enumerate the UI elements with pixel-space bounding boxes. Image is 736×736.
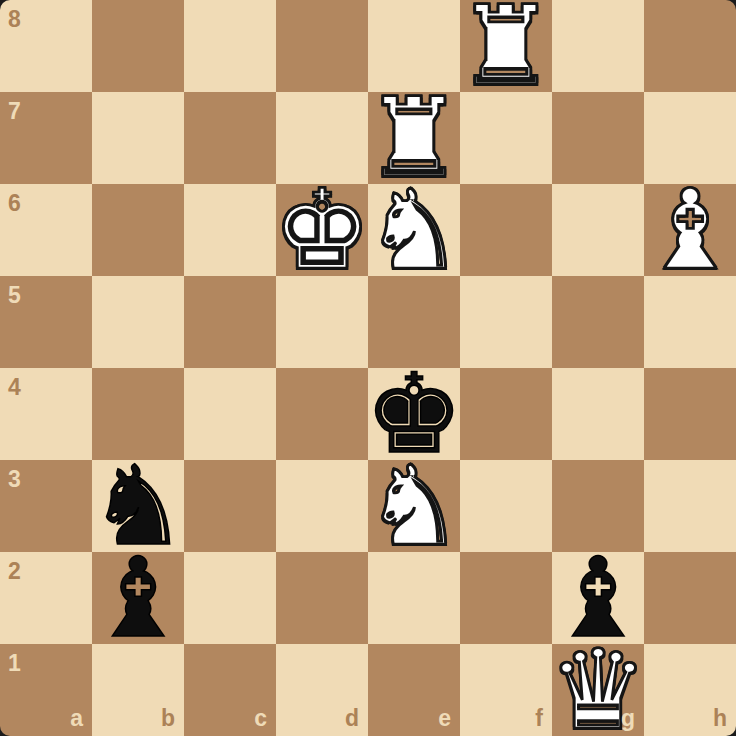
square-a5[interactable]: 5 [0, 276, 92, 368]
square-b1[interactable]: b [92, 644, 184, 736]
square-b7[interactable] [92, 92, 184, 184]
square-h2[interactable] [644, 552, 736, 644]
square-f1[interactable]: f [460, 644, 552, 736]
rank-label-3: 3 [8, 466, 21, 493]
piece-white-queen[interactable]: ♛ [549, 644, 648, 736]
square-d2[interactable] [276, 552, 368, 644]
square-g8[interactable] [552, 0, 644, 92]
square-a3[interactable]: 3 [0, 460, 92, 552]
rank-label-6: 6 [8, 190, 21, 217]
square-a1[interactable]: 1a [0, 644, 92, 736]
square-a7[interactable]: 7 [0, 92, 92, 184]
square-f4[interactable] [460, 368, 552, 460]
piece-white-rook[interactable]: ♜ [457, 0, 556, 92]
square-e1[interactable]: e [368, 644, 460, 736]
square-d8[interactable] [276, 0, 368, 92]
piece-white-knight[interactable]: ♞ [365, 460, 464, 552]
square-f5[interactable] [460, 276, 552, 368]
file-label-f: f [535, 705, 543, 732]
square-h3[interactable] [644, 460, 736, 552]
square-g4[interactable] [552, 368, 644, 460]
square-b8[interactable] [92, 0, 184, 92]
square-a2[interactable]: 2 [0, 552, 92, 644]
rank-label-4: 4 [8, 374, 21, 401]
file-label-h: h [713, 705, 727, 732]
square-h6[interactable]: ♝ [644, 184, 736, 276]
square-g7[interactable] [552, 92, 644, 184]
rank-label-5: 5 [8, 282, 21, 309]
file-label-c: c [254, 705, 267, 732]
chess-board: 8♜7♜6♚♞♝54♚3♞♞2♝♝1abcdefg♛h [0, 0, 736, 736]
file-label-d: d [345, 705, 359, 732]
piece-white-king[interactable]: ♚ [273, 184, 372, 276]
square-d1[interactable]: d [276, 644, 368, 736]
square-f6[interactable] [460, 184, 552, 276]
square-c1[interactable]: c [184, 644, 276, 736]
square-f7[interactable] [460, 92, 552, 184]
square-g6[interactable] [552, 184, 644, 276]
square-c5[interactable] [184, 276, 276, 368]
piece-white-bishop[interactable]: ♝ [641, 184, 736, 276]
square-g5[interactable] [552, 276, 644, 368]
rank-label-8: 8 [8, 6, 21, 33]
square-d3[interactable] [276, 460, 368, 552]
square-d5[interactable] [276, 276, 368, 368]
square-e6[interactable]: ♞ [368, 184, 460, 276]
square-c3[interactable] [184, 460, 276, 552]
square-d4[interactable] [276, 368, 368, 460]
rank-label-1: 1 [8, 650, 21, 677]
square-c6[interactable] [184, 184, 276, 276]
square-c4[interactable] [184, 368, 276, 460]
square-a4[interactable]: 4 [0, 368, 92, 460]
square-a6[interactable]: 6 [0, 184, 92, 276]
piece-black-bishop[interactable]: ♝ [89, 552, 188, 644]
square-f3[interactable] [460, 460, 552, 552]
square-d6[interactable]: ♚ [276, 184, 368, 276]
square-h5[interactable] [644, 276, 736, 368]
rank-label-2: 2 [8, 558, 21, 585]
piece-white-knight[interactable]: ♞ [365, 184, 464, 276]
square-f2[interactable] [460, 552, 552, 644]
square-c2[interactable] [184, 552, 276, 644]
square-f8[interactable]: ♜ [460, 0, 552, 92]
square-e2[interactable] [368, 552, 460, 644]
square-e3[interactable]: ♞ [368, 460, 460, 552]
square-b6[interactable] [92, 184, 184, 276]
square-h8[interactable] [644, 0, 736, 92]
file-label-a: a [70, 705, 83, 732]
square-g1[interactable]: g♛ [552, 644, 644, 736]
rank-label-7: 7 [8, 98, 21, 125]
file-label-e: e [438, 705, 451, 732]
square-c7[interactable] [184, 92, 276, 184]
square-b5[interactable] [92, 276, 184, 368]
square-b2[interactable]: ♝ [92, 552, 184, 644]
square-a8[interactable]: 8 [0, 0, 92, 92]
file-label-b: b [161, 705, 175, 732]
square-h4[interactable] [644, 368, 736, 460]
square-h1[interactable]: h [644, 644, 736, 736]
square-c8[interactable] [184, 0, 276, 92]
